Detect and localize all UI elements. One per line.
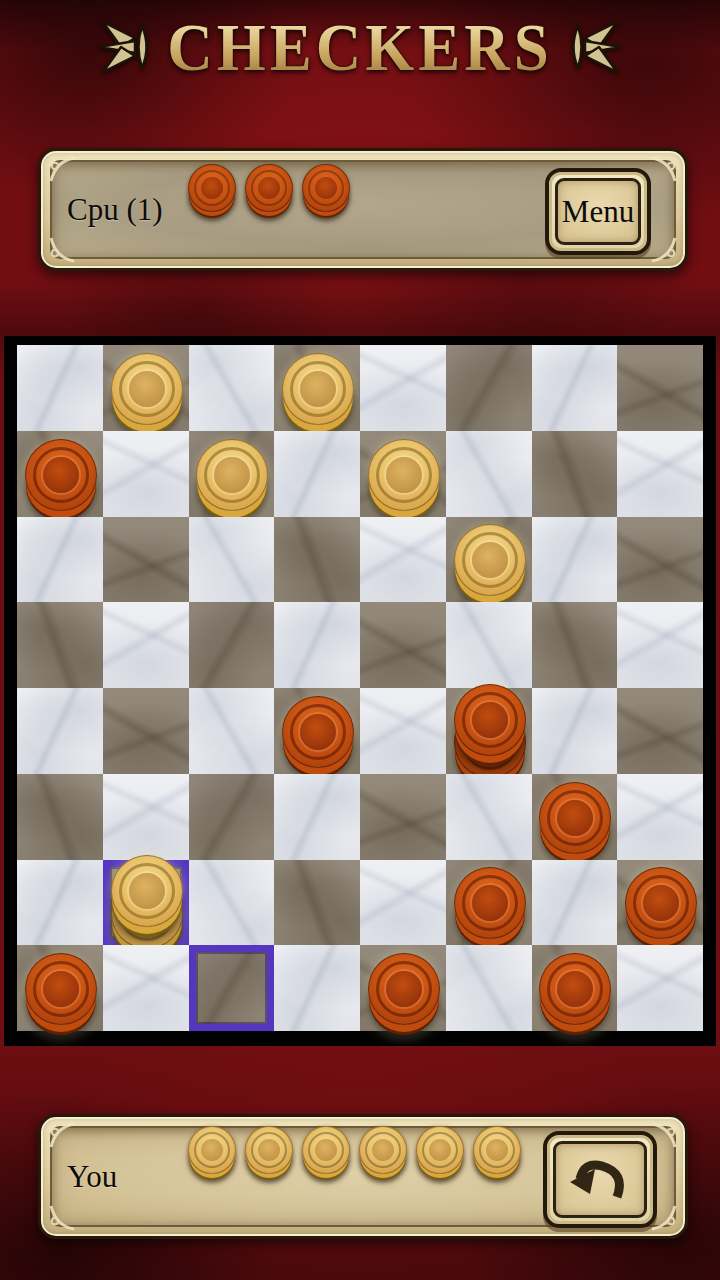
you-player-name: You — [67, 1159, 117, 1195]
square-r8c1[interactable] — [17, 945, 103, 1031]
square-r4c3[interactable] — [189, 602, 275, 688]
red-man-piece[interactable] — [368, 953, 438, 1023]
captured-red-piece — [245, 164, 293, 212]
captured-red-piece — [188, 164, 236, 212]
square-r4c5[interactable] — [360, 602, 446, 688]
square-r7c5 — [360, 860, 446, 946]
square-r3c1 — [17, 517, 103, 603]
square-r7c6[interactable] — [446, 860, 532, 946]
square-r4c2 — [103, 602, 189, 688]
square-r1c7 — [532, 345, 618, 431]
square-r5c3 — [189, 688, 275, 774]
square-r1c5 — [360, 345, 446, 431]
menu-button-label: Menu — [555, 178, 641, 245]
board — [17, 345, 703, 1031]
title-bar: CHECKERS — [0, 4, 720, 90]
red-man-piece[interactable] — [539, 782, 609, 852]
square-r7c4[interactable] — [274, 860, 360, 946]
square-r3c5 — [360, 517, 446, 603]
square-r4c1[interactable] — [17, 602, 103, 688]
piece-disc — [25, 439, 97, 511]
undo-button[interactable] — [543, 1131, 657, 1228]
square-r1c1 — [17, 345, 103, 431]
red-king-piece[interactable] — [454, 690, 524, 760]
square-r6c7[interactable] — [532, 774, 618, 860]
square-r5c1 — [17, 688, 103, 774]
square-r6c5[interactable] — [360, 774, 446, 860]
square-r2c2 — [103, 431, 189, 517]
square-r4c7[interactable] — [532, 602, 618, 688]
square-r7c2-highlighted[interactable] — [103, 860, 189, 946]
piece-disc — [111, 855, 183, 927]
square-r3c3 — [189, 517, 275, 603]
square-r1c2[interactable] — [103, 345, 189, 431]
square-r7c3 — [189, 860, 275, 946]
banner-corner-ornament — [649, 234, 679, 264]
square-r6c2 — [103, 774, 189, 860]
gold-man-piece[interactable] — [111, 353, 181, 423]
piece-disc — [454, 867, 526, 939]
piece-disc — [539, 953, 611, 1025]
square-r3c2[interactable] — [103, 517, 189, 603]
red-man-piece[interactable] — [625, 867, 695, 937]
gold-man-piece[interactable] — [368, 439, 438, 509]
you-captured-tray — [188, 1126, 521, 1174]
banner-corner-ornament — [47, 155, 77, 185]
piece-disc — [368, 439, 440, 511]
square-r5c6[interactable] — [446, 688, 532, 774]
red-man-piece[interactable] — [454, 867, 524, 937]
square-r2c1[interactable] — [17, 431, 103, 517]
undo-arrow-icon — [569, 1151, 631, 1209]
square-r5c8[interactable] — [617, 688, 703, 774]
square-r4c8 — [617, 602, 703, 688]
square-r5c7 — [532, 688, 618, 774]
square-r2c7[interactable] — [532, 431, 618, 517]
square-r4c6 — [446, 602, 532, 688]
piece-disc — [539, 782, 611, 854]
captured-gold-piece — [245, 1126, 293, 1174]
square-r8c6 — [446, 945, 532, 1031]
piece-disc — [282, 353, 354, 425]
you-player-bar: You — [38, 1114, 688, 1239]
gold-man-piece[interactable] — [282, 353, 352, 423]
square-r2c6 — [446, 431, 532, 517]
banner-corner-ornament — [649, 155, 679, 185]
piece-disc — [111, 353, 183, 425]
captured-gold-piece — [302, 1126, 350, 1174]
square-r1c6[interactable] — [446, 345, 532, 431]
square-r5c4[interactable] — [274, 688, 360, 774]
red-man-piece[interactable] — [539, 953, 609, 1023]
checkers-app: CHECKERS Cpu (1) Menu You — [0, 0, 720, 1280]
banner-corner-ornament — [47, 234, 77, 264]
right-fleur-ornament — [565, 16, 623, 78]
square-r1c4[interactable] — [274, 345, 360, 431]
gold-king-piece[interactable] — [111, 861, 181, 931]
square-r6c3[interactable] — [189, 774, 275, 860]
left-fleur-ornament — [97, 16, 155, 78]
square-r1c3 — [189, 345, 275, 431]
square-r6c1[interactable] — [17, 774, 103, 860]
piece-disc — [25, 953, 97, 1025]
square-r8c2 — [103, 945, 189, 1031]
red-man-piece[interactable] — [25, 953, 95, 1023]
square-r4c4 — [274, 602, 360, 688]
undo-button-face — [553, 1141, 647, 1218]
red-man-piece[interactable] — [25, 439, 95, 509]
captured-red-piece — [302, 164, 350, 212]
piece-disc — [454, 684, 526, 756]
captured-gold-piece — [416, 1126, 464, 1174]
banner-corner-ornament — [47, 1121, 77, 1151]
square-r5c5 — [360, 688, 446, 774]
square-r3c4[interactable] — [274, 517, 360, 603]
captured-gold-piece — [359, 1126, 407, 1174]
square-r2c5[interactable] — [360, 431, 446, 517]
square-r7c1 — [17, 860, 103, 946]
captured-gold-piece — [188, 1126, 236, 1174]
square-r3c8[interactable] — [617, 517, 703, 603]
gold-man-piece[interactable] — [454, 524, 524, 594]
cpu-captured-tray — [188, 164, 350, 212]
square-r2c4 — [274, 431, 360, 517]
piece-disc — [196, 439, 268, 511]
square-r7c7 — [532, 860, 618, 946]
square-r6c6 — [446, 774, 532, 860]
piece-disc — [454, 524, 526, 596]
cpu-player-bar: Cpu (1) Menu — [38, 148, 688, 271]
square-r8c4 — [274, 945, 360, 1031]
square-r6c8 — [617, 774, 703, 860]
square-r8c8 — [617, 945, 703, 1031]
board-frame — [4, 336, 716, 1046]
red-man-piece[interactable] — [282, 696, 352, 766]
menu-button[interactable]: Menu — [545, 168, 651, 255]
banner-corner-ornament — [47, 1202, 77, 1232]
square-r2c8 — [617, 431, 703, 517]
square-r2c3[interactable] — [189, 431, 275, 517]
square-r7c8[interactable] — [617, 860, 703, 946]
square-r8c5[interactable] — [360, 945, 446, 1031]
square-r3c7 — [532, 517, 618, 603]
square-r6c4 — [274, 774, 360, 860]
piece-disc — [368, 953, 440, 1025]
square-r8c7[interactable] — [532, 945, 618, 1031]
square-r3c6[interactable] — [446, 517, 532, 603]
piece-disc — [282, 696, 354, 768]
square-r8c3-highlighted[interactable] — [189, 945, 275, 1031]
square-r1c8[interactable] — [617, 345, 703, 431]
gold-man-piece[interactable] — [196, 439, 266, 509]
square-r5c2[interactable] — [103, 688, 189, 774]
cpu-player-name: Cpu (1) — [67, 192, 163, 228]
captured-gold-piece — [473, 1126, 521, 1174]
piece-disc — [625, 867, 697, 939]
page-title: CHECKERS — [167, 4, 553, 90]
